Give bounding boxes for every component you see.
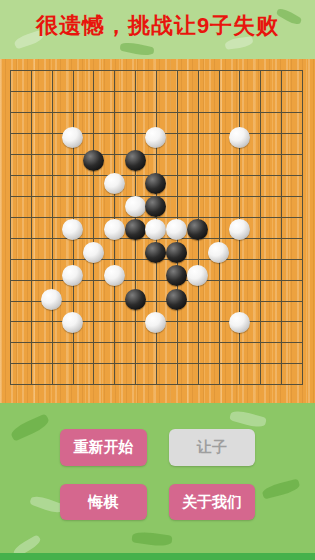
white-stone [145, 312, 166, 333]
undo-button[interactable]: 悔棋 [60, 484, 147, 520]
black-stone [145, 173, 166, 194]
black-stone [166, 289, 187, 310]
gomoku-app: 很遗憾，挑战让9子失败 重新开始 让子 悔棋 关于我们 [0, 0, 315, 560]
white-stone [187, 265, 208, 286]
grid-line-vertical [302, 70, 303, 385]
white-stone [62, 265, 83, 286]
grid-line-vertical [260, 70, 261, 385]
restart-button[interactable]: 重新开始 [60, 429, 147, 466]
leaf-decoration [9, 413, 51, 441]
bottom-strip [0, 553, 315, 560]
black-stone [145, 242, 166, 263]
leaf-decoration [131, 530, 172, 547]
white-stone [104, 173, 125, 194]
white-stone [83, 242, 104, 263]
black-stone [125, 289, 146, 310]
black-stone [125, 150, 146, 171]
black-stone [166, 265, 187, 286]
handicap-button[interactable]: 让子 [169, 429, 255, 466]
white-stone [41, 289, 62, 310]
black-stone [83, 150, 104, 171]
leaf-decoration [261, 479, 301, 500]
black-stone [145, 196, 166, 217]
grid-line-vertical [31, 70, 32, 385]
black-stone [166, 242, 187, 263]
leaf-decoration [119, 41, 154, 58]
grid-line-vertical [219, 70, 220, 385]
footer-panel [0, 403, 315, 560]
status-message: 很遗憾，挑战让9子失败 [0, 11, 315, 41]
leaf-decoration [229, 408, 267, 429]
grid-line-vertical [52, 70, 53, 385]
grid-line-vertical [281, 70, 282, 385]
header-banner: 很遗憾，挑战让9子失败 [0, 0, 315, 59]
white-stone [104, 265, 125, 286]
white-stone [104, 219, 125, 240]
white-stone [145, 127, 166, 148]
white-stone [125, 196, 146, 217]
white-stone [208, 242, 229, 263]
black-stone [125, 219, 146, 240]
white-stone [229, 219, 250, 240]
about-button[interactable]: 关于我们 [169, 484, 255, 520]
grid-line-vertical [93, 70, 94, 385]
white-stone [62, 312, 83, 333]
white-stone [62, 127, 83, 148]
gomoku-board[interactable] [0, 59, 315, 403]
white-stone [229, 127, 250, 148]
grid-line-vertical [10, 70, 11, 385]
white-stone [229, 312, 250, 333]
